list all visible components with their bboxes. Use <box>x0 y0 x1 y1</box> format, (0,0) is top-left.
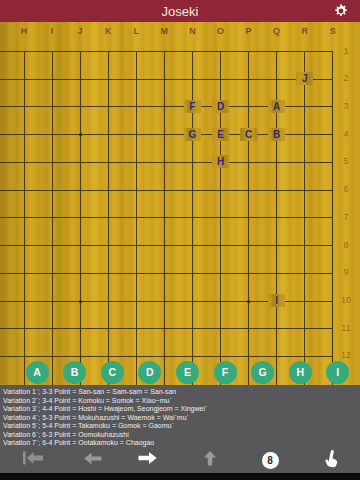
skip-to-start-icon <box>22 451 44 469</box>
variation-button-G[interactable]: G <box>251 361 274 384</box>
grid-line-col-K <box>108 51 109 385</box>
grid-line-row-2 <box>0 79 333 80</box>
hand-tool-button[interactable] <box>322 447 340 473</box>
grid-line-col-J <box>80 51 81 385</box>
joseki-marker-A[interactable]: A <box>268 100 285 113</box>
column-label-K: K <box>98 26 118 36</box>
variation-list-panel: Variation 1`; 3-3 Point = San-san = Sam-… <box>0 385 360 447</box>
step-forward-button[interactable] <box>138 447 160 473</box>
grid-line-col-H <box>24 51 25 385</box>
row-label-5: 5 <box>338 156 354 166</box>
joseki-marker-J[interactable]: J <box>296 72 313 85</box>
variation-button-F[interactable]: F <box>214 361 237 384</box>
title-bar: Joseki <box>0 0 360 22</box>
joseki-marker-F[interactable]: F <box>184 100 201 113</box>
column-label-P: P <box>239 26 259 36</box>
column-label-I: I <box>42 26 62 36</box>
grid-line-row-7 <box>0 217 333 218</box>
row-label-12: 12 <box>338 350 354 360</box>
column-label-J: J <box>70 26 90 36</box>
row-label-1: 1 <box>338 46 354 56</box>
grid-line-col-M <box>164 51 165 385</box>
variation-button-C[interactable]: C <box>101 361 124 384</box>
joseki-marker-H[interactable]: H <box>212 155 229 168</box>
up-button[interactable] <box>202 447 217 473</box>
grid-line-row-8 <box>0 245 333 246</box>
variation-button-E[interactable]: E <box>176 361 199 384</box>
joseki-marker-D[interactable]: D <box>212 100 229 113</box>
gear-icon <box>333 5 349 22</box>
navigation-toolbar: 8 <box>0 447 360 473</box>
joseki-marker-G[interactable]: G <box>184 128 201 141</box>
joseki-marker-I[interactable]: I <box>268 294 285 307</box>
variation-button-A[interactable]: A <box>26 361 49 384</box>
step-back-button[interactable] <box>80 447 102 473</box>
skip-to-start-button[interactable] <box>21 447 45 473</box>
grid-line-row-12 <box>0 356 333 357</box>
joseki-marker-C[interactable]: C <box>240 128 257 141</box>
grid-line-col-L <box>136 51 137 385</box>
forward-arrow-icon <box>138 451 160 469</box>
back-arrow-icon <box>81 451 102 469</box>
row-label-7: 7 <box>338 212 354 222</box>
row-label-2: 2 <box>338 73 354 83</box>
variation-line-5: Variation 5`; 5-4 Point = Takamoku = Gom… <box>0 422 360 431</box>
grid-line-row-6 <box>0 190 333 191</box>
row-label-9: 9 <box>338 267 354 277</box>
grid-line-row-5 <box>0 162 333 163</box>
star-point-J4 <box>79 133 82 136</box>
grid-line-row-1 <box>0 51 333 52</box>
grid-line-col-S <box>332 51 333 385</box>
hand-pointer-icon <box>323 449 340 472</box>
variation-line-6: Variation 6`; 6-3 Point = Oomokuhazushi <box>0 431 360 440</box>
variation-button-D[interactable]: D <box>138 361 161 384</box>
move-count-badge: 8 <box>262 452 279 469</box>
row-label-3: 3 <box>338 101 354 111</box>
joseki-marker-E[interactable]: E <box>212 128 229 141</box>
variation-line-2: Variation 2`; 3-4 Point = Komoku = Somok… <box>0 397 360 406</box>
column-label-Q: Q <box>267 26 287 36</box>
row-label-10: 10 <box>338 295 354 305</box>
page-title: Joseki <box>0 4 360 19</box>
grid-line-col-P <box>248 51 249 385</box>
go-board[interactable]: HIJKLMNOPQRS123456789101112ABCDEFGHIJABC… <box>0 22 360 385</box>
home-indicator-area <box>0 473 360 480</box>
grid-line-col-R <box>304 51 305 385</box>
row-label-6: 6 <box>338 184 354 194</box>
column-label-N: N <box>182 26 202 36</box>
column-label-H: H <box>14 26 34 36</box>
joseki-marker-B[interactable]: B <box>268 128 285 141</box>
variation-line-4: Variation 4`; 5-3 Point = Mokuhazushi = … <box>0 414 360 423</box>
column-label-R: R <box>295 26 315 36</box>
grid-line-col-I <box>52 51 53 385</box>
move-count-button[interactable]: 8 <box>261 447 279 473</box>
star-point-P10 <box>247 300 250 303</box>
column-label-S: S <box>323 26 343 36</box>
star-point-J10 <box>79 300 82 303</box>
column-label-M: M <box>154 26 174 36</box>
grid-line-row-11 <box>0 328 333 329</box>
column-label-L: L <box>126 26 146 36</box>
variation-button-I[interactable]: I <box>326 361 349 384</box>
variation-button-H[interactable]: H <box>289 361 312 384</box>
variation-button-B[interactable]: B <box>63 361 86 384</box>
column-label-O: O <box>211 26 231 36</box>
grid-line-row-9 <box>0 273 333 274</box>
variation-line-1: Variation 1`; 3-3 Point = San-san = Sam-… <box>0 388 360 397</box>
settings-button[interactable] <box>333 3 349 19</box>
variation-line-3: Variation 3`; 4-4 Point = Hoshi = Hwajeo… <box>0 405 360 414</box>
row-label-11: 11 <box>338 323 354 333</box>
row-label-4: 4 <box>338 129 354 139</box>
row-label-8: 8 <box>338 240 354 250</box>
up-arrow-icon <box>203 450 217 470</box>
app-screen: Joseki HIJKLMNOPQRS123456789101112ABCDEF… <box>0 0 360 480</box>
